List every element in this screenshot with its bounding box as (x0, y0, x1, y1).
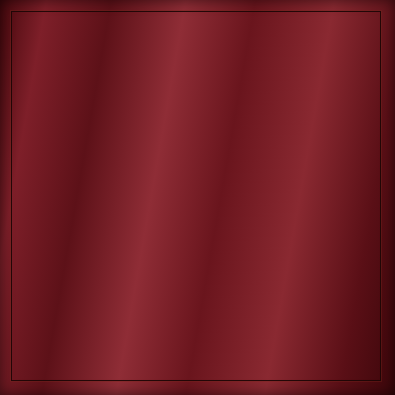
chess-board-frame (0, 0, 395, 395)
chess-board (12, 12, 380, 380)
file-labels (12, 380, 380, 395)
rank-labels (0, 12, 12, 380)
